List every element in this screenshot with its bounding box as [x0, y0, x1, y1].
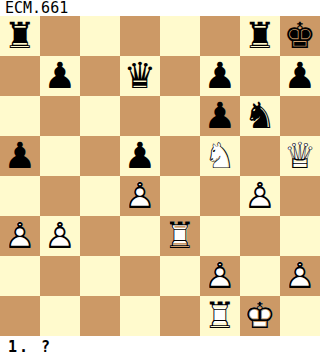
square-c3[interactable]	[80, 216, 120, 256]
square-d8[interactable]	[120, 16, 160, 56]
square-b3[interactable]: ♟♙	[40, 216, 80, 256]
piece-white-king-outline: ♔	[240, 296, 280, 336]
square-e6[interactable]	[160, 96, 200, 136]
square-a8[interactable]: ♜	[0, 16, 40, 56]
square-f1[interactable]: ♜♖	[200, 296, 240, 336]
square-a7[interactable]	[0, 56, 40, 96]
square-d4[interactable]: ♟♙	[120, 176, 160, 216]
square-g7[interactable]	[240, 56, 280, 96]
square-b8[interactable]	[40, 16, 80, 56]
square-d7[interactable]: ♛	[120, 56, 160, 96]
piece-white-pawn-outline: ♙	[40, 216, 80, 256]
square-g8[interactable]: ♜	[240, 16, 280, 56]
square-h5[interactable]: ♛♕	[280, 136, 320, 176]
piece-black-pawn: ♟	[120, 136, 160, 176]
square-c7[interactable]	[80, 56, 120, 96]
square-g4[interactable]: ♟♙	[240, 176, 280, 216]
square-f2[interactable]: ♟♙	[200, 256, 240, 296]
square-f6[interactable]: ♟	[200, 96, 240, 136]
piece-white-queen: ♛	[280, 136, 320, 176]
piece-black-knight: ♞	[240, 96, 280, 136]
square-b7[interactable]: ♟	[40, 56, 80, 96]
piece-white-pawn: ♟	[120, 176, 160, 216]
piece-white-pawn: ♟	[0, 216, 40, 256]
piece-black-pawn: ♟	[0, 136, 40, 176]
piece-white-pawn-outline: ♙	[200, 256, 240, 296]
square-a4[interactable]	[0, 176, 40, 216]
piece-white-pawn-outline: ♙	[0, 216, 40, 256]
square-f7[interactable]: ♟	[200, 56, 240, 96]
piece-white-knight-outline: ♘	[200, 136, 240, 176]
piece-white-queen-outline: ♕	[280, 136, 320, 176]
square-e4[interactable]	[160, 176, 200, 216]
piece-black-rook: ♜	[240, 16, 280, 56]
piece-white-rook-outline: ♖	[200, 296, 240, 336]
square-a3[interactable]: ♟♙	[0, 216, 40, 256]
square-e7[interactable]	[160, 56, 200, 96]
piece-white-pawn: ♟	[40, 216, 80, 256]
square-h3[interactable]	[280, 216, 320, 256]
square-d2[interactable]	[120, 256, 160, 296]
piece-black-pawn: ♟	[280, 56, 320, 96]
piece-white-pawn: ♟	[280, 256, 320, 296]
square-d3[interactable]	[120, 216, 160, 256]
puzzle-title: ECM.661	[0, 0, 320, 16]
square-g5[interactable]	[240, 136, 280, 176]
square-d5[interactable]: ♟	[120, 136, 160, 176]
square-a2[interactable]	[0, 256, 40, 296]
square-h1[interactable]	[280, 296, 320, 336]
square-h8[interactable]: ♚	[280, 16, 320, 56]
piece-white-pawn-outline: ♙	[240, 176, 280, 216]
move-prompt: 1. ?	[0, 336, 320, 360]
square-h6[interactable]	[280, 96, 320, 136]
square-b2[interactable]	[40, 256, 80, 296]
piece-white-rook-outline: ♖	[160, 216, 200, 256]
square-c6[interactable]	[80, 96, 120, 136]
piece-white-pawn: ♟	[200, 256, 240, 296]
square-g1[interactable]: ♚♔	[240, 296, 280, 336]
square-e3[interactable]: ♜♖	[160, 216, 200, 256]
piece-black-king: ♚	[280, 16, 320, 56]
piece-white-pawn-outline: ♙	[280, 256, 320, 296]
piece-white-king: ♚	[240, 296, 280, 336]
piece-black-queen: ♛	[120, 56, 160, 96]
piece-white-rook: ♜	[200, 296, 240, 336]
square-g6[interactable]: ♞	[240, 96, 280, 136]
square-d6[interactable]	[120, 96, 160, 136]
piece-black-rook: ♜	[0, 16, 40, 56]
piece-black-pawn: ♟	[40, 56, 80, 96]
square-f5[interactable]: ♞♘	[200, 136, 240, 176]
square-a6[interactable]	[0, 96, 40, 136]
square-c5[interactable]	[80, 136, 120, 176]
square-e1[interactable]	[160, 296, 200, 336]
square-a1[interactable]	[0, 296, 40, 336]
piece-white-rook: ♜	[160, 216, 200, 256]
square-a5[interactable]: ♟	[0, 136, 40, 176]
square-d1[interactable]	[120, 296, 160, 336]
square-b5[interactable]	[40, 136, 80, 176]
square-g2[interactable]	[240, 256, 280, 296]
square-b1[interactable]	[40, 296, 80, 336]
chess-board: ♜♜♚♟♛♟♟♟♞♟♟♞♘♛♕♟♙♟♙♟♙♟♙♜♖♟♙♟♙♜♖♚♔	[0, 16, 320, 336]
square-c4[interactable]	[80, 176, 120, 216]
square-b4[interactable]	[40, 176, 80, 216]
square-b6[interactable]	[40, 96, 80, 136]
square-c2[interactable]	[80, 256, 120, 296]
square-f4[interactable]	[200, 176, 240, 216]
square-h4[interactable]	[280, 176, 320, 216]
square-f8[interactable]	[200, 16, 240, 56]
square-e5[interactable]	[160, 136, 200, 176]
square-f3[interactable]	[200, 216, 240, 256]
piece-white-pawn: ♟	[240, 176, 280, 216]
square-h7[interactable]: ♟	[280, 56, 320, 96]
square-c8[interactable]	[80, 16, 120, 56]
square-e8[interactable]	[160, 16, 200, 56]
square-g3[interactable]	[240, 216, 280, 256]
square-h2[interactable]: ♟♙	[280, 256, 320, 296]
piece-white-pawn-outline: ♙	[120, 176, 160, 216]
square-c1[interactable]	[80, 296, 120, 336]
piece-black-pawn: ♟	[200, 56, 240, 96]
piece-black-pawn: ♟	[200, 96, 240, 136]
square-e2[interactable]	[160, 256, 200, 296]
piece-white-knight: ♞	[200, 136, 240, 176]
